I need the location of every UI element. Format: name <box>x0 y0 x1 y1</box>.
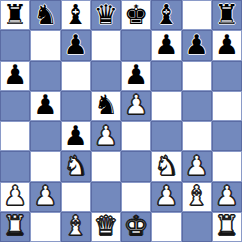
square-b8[interactable]: ♞ <box>30 0 60 30</box>
piece-black-knight[interactable]: ♞ <box>33 1 57 28</box>
piece-black-bishop[interactable]: ♝ <box>154 1 178 28</box>
piece-black-queen[interactable]: ♛ <box>94 1 118 28</box>
piece-white-knight[interactable]: ♞ <box>64 152 88 179</box>
square-a6[interactable]: ♟ <box>0 61 30 91</box>
square-g8[interactable] <box>182 0 212 30</box>
square-f5[interactable] <box>151 91 181 121</box>
piece-black-pawn[interactable]: ♟ <box>185 31 209 58</box>
square-g5[interactable] <box>182 91 212 121</box>
square-h4[interactable] <box>212 121 242 151</box>
piece-black-pawn[interactable]: ♟ <box>124 61 148 88</box>
square-h7[interactable]: ♟ <box>212 30 242 60</box>
square-g1[interactable] <box>182 212 212 242</box>
piece-black-rook[interactable]: ♜ <box>3 1 27 28</box>
piece-white-pawn[interactable]: ♟ <box>124 91 148 118</box>
square-a7[interactable] <box>0 30 30 60</box>
square-f7[interactable]: ♟ <box>151 30 181 60</box>
square-b4[interactable] <box>30 121 60 151</box>
piece-white-rook[interactable]: ♜ <box>215 212 239 239</box>
piece-black-pawn[interactable]: ♟ <box>64 122 88 149</box>
square-c3[interactable]: ♞ <box>61 151 91 181</box>
square-c5[interactable] <box>61 91 91 121</box>
piece-black-king[interactable]: ♚ <box>124 1 148 28</box>
square-e3[interactable] <box>121 151 151 181</box>
square-g4[interactable] <box>182 121 212 151</box>
piece-black-bishop[interactable]: ♝ <box>64 1 88 28</box>
square-f3[interactable]: ♞ <box>151 151 181 181</box>
square-a5[interactable] <box>0 91 30 121</box>
square-c7[interactable]: ♟ <box>61 30 91 60</box>
square-d2[interactable] <box>91 182 121 212</box>
piece-black-knight[interactable]: ♞ <box>94 91 118 118</box>
square-f1[interactable] <box>151 212 181 242</box>
piece-white-king[interactable]: ♚ <box>124 212 148 239</box>
square-f2[interactable]: ♟ <box>151 182 181 212</box>
square-e5[interactable]: ♟ <box>121 91 151 121</box>
piece-white-pawn[interactable]: ♟ <box>3 182 27 209</box>
square-h8[interactable]: ♜ <box>212 0 242 30</box>
square-d3[interactable] <box>91 151 121 181</box>
piece-black-pawn[interactable]: ♟ <box>33 91 57 118</box>
square-a3[interactable] <box>0 151 30 181</box>
square-d8[interactable]: ♛ <box>91 0 121 30</box>
piece-black-pawn[interactable]: ♟ <box>3 61 27 88</box>
square-g6[interactable] <box>182 61 212 91</box>
square-g3[interactable]: ♟ <box>182 151 212 181</box>
square-c2[interactable] <box>61 182 91 212</box>
piece-white-pawn[interactable]: ♟ <box>215 182 239 209</box>
square-h1[interactable]: ♜ <box>212 212 242 242</box>
piece-black-pawn[interactable]: ♟ <box>215 31 239 58</box>
square-d1[interactable]: ♛ <box>91 212 121 242</box>
square-d7[interactable] <box>91 30 121 60</box>
square-b2[interactable]: ♟ <box>30 182 60 212</box>
piece-white-pawn[interactable]: ♟ <box>154 182 178 209</box>
square-a8[interactable]: ♜ <box>0 0 30 30</box>
square-e1[interactable]: ♚ <box>121 212 151 242</box>
square-b6[interactable] <box>30 61 60 91</box>
square-g2[interactable]: ♝ <box>182 182 212 212</box>
square-g7[interactable]: ♟ <box>182 30 212 60</box>
square-h3[interactable] <box>212 151 242 181</box>
piece-white-knight[interactable]: ♞ <box>154 152 178 179</box>
piece-white-pawn[interactable]: ♟ <box>33 182 57 209</box>
piece-white-queen[interactable]: ♛ <box>94 212 118 239</box>
square-h2[interactable]: ♟ <box>212 182 242 212</box>
square-h5[interactable] <box>212 91 242 121</box>
square-b7[interactable] <box>30 30 60 60</box>
square-c1[interactable]: ♝ <box>61 212 91 242</box>
chess-board: ♜♞♝♛♚♝♜♟♟♟♟♟♟♟♞♟♟♟♞♞♟♟♟♟♝♟♜♝♛♚♜ <box>0 0 242 242</box>
square-e7[interactable] <box>121 30 151 60</box>
square-e8[interactable]: ♚ <box>121 0 151 30</box>
square-e4[interactable] <box>121 121 151 151</box>
piece-white-rook[interactable]: ♜ <box>3 212 27 239</box>
square-c4[interactable]: ♟ <box>61 121 91 151</box>
square-e6[interactable]: ♟ <box>121 61 151 91</box>
square-d4[interactable]: ♟ <box>91 121 121 151</box>
square-b5[interactable]: ♟ <box>30 91 60 121</box>
square-b1[interactable] <box>30 212 60 242</box>
piece-white-pawn[interactable]: ♟ <box>94 122 118 149</box>
square-a1[interactable]: ♜ <box>0 212 30 242</box>
square-f6[interactable] <box>151 61 181 91</box>
square-a4[interactable] <box>0 121 30 151</box>
square-f8[interactable]: ♝ <box>151 0 181 30</box>
square-h6[interactable] <box>212 61 242 91</box>
square-f4[interactable] <box>151 121 181 151</box>
square-b3[interactable] <box>30 151 60 181</box>
piece-black-pawn[interactable]: ♟ <box>64 31 88 58</box>
square-c8[interactable]: ♝ <box>61 0 91 30</box>
square-d5[interactable]: ♞ <box>91 91 121 121</box>
piece-white-bishop[interactable]: ♝ <box>185 182 209 209</box>
square-a2[interactable]: ♟ <box>0 182 30 212</box>
piece-black-pawn[interactable]: ♟ <box>154 31 178 58</box>
piece-white-bishop[interactable]: ♝ <box>64 212 88 239</box>
square-d6[interactable] <box>91 61 121 91</box>
piece-black-rook[interactable]: ♜ <box>215 1 239 28</box>
square-c6[interactable] <box>61 61 91 91</box>
square-e2[interactable] <box>121 182 151 212</box>
piece-white-pawn[interactable]: ♟ <box>185 152 209 179</box>
